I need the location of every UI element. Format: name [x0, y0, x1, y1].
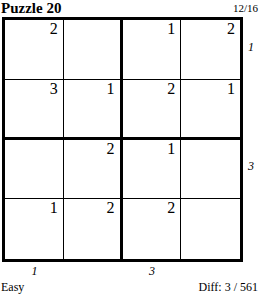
cell-r2c1[interactable]: 2	[64, 140, 123, 200]
cell-r3c0[interactable]: 1	[5, 199, 64, 259]
puzzle-grid: 212312121122	[2, 17, 243, 262]
given-number: 2	[227, 20, 235, 38]
cell-r3c3[interactable]	[181, 199, 240, 259]
difficulty-label: Easy	[1, 280, 24, 295]
given-number: 3	[50, 80, 58, 98]
given-number: 1	[167, 20, 175, 38]
given-number: 1	[227, 80, 235, 98]
row-label-3: 3	[244, 159, 258, 174]
cell-r1c2[interactable]: 2	[123, 80, 182, 140]
given-number: 2	[107, 140, 115, 158]
given-number: 1	[50, 199, 58, 217]
col-label-3: 3	[145, 264, 159, 279]
cell-r3c1[interactable]: 2	[64, 199, 123, 259]
col-label-1: 1	[27, 264, 41, 279]
row-label-1: 1	[244, 40, 258, 55]
difficulty-stat: Diff: 3 / 561	[199, 280, 258, 295]
given-number: 1	[167, 140, 175, 158]
cell-r1c1[interactable]: 1	[64, 80, 123, 140]
page-indicator: 12/16	[233, 2, 258, 14]
page-title: Puzzle 20	[1, 0, 61, 17]
cell-r1c0[interactable]: 3	[5, 80, 64, 140]
given-number: 1	[107, 80, 115, 98]
cell-r0c0[interactable]: 2	[5, 20, 64, 80]
given-number: 2	[167, 199, 175, 217]
given-number: 2	[50, 20, 58, 38]
cell-r2c2[interactable]: 1	[123, 140, 182, 200]
cell-r1c3[interactable]: 1	[181, 80, 240, 140]
cell-r0c1[interactable]	[64, 20, 123, 80]
cell-r0c3[interactable]: 2	[181, 20, 240, 80]
cell-r2c3[interactable]	[181, 140, 240, 200]
given-number: 2	[167, 80, 175, 98]
puzzle-page: Puzzle 20 12/16 212312121122 1313 Easy D…	[0, 0, 260, 295]
cell-r3c2[interactable]: 2	[123, 199, 182, 259]
cell-r2c0[interactable]	[5, 140, 64, 200]
cell-r0c2[interactable]: 1	[123, 20, 182, 80]
given-number: 2	[107, 199, 115, 217]
